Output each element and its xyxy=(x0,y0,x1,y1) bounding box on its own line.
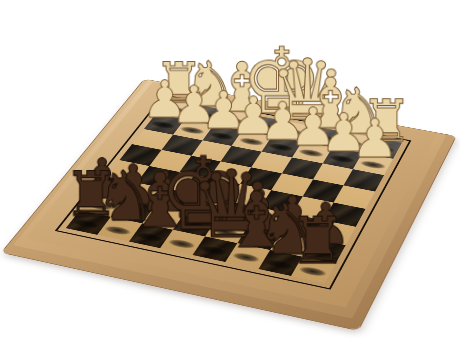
piece-light-pawn: ♟ xyxy=(351,113,394,166)
piece-dark-rook: ♜ xyxy=(289,208,336,273)
product-photo[interactable]: ♜♞♝♚♛♝♞♜♟♟♟♟♟♟♟♟♟♟♟♟♟♟♟♟♜♞♝♚♛♝♞♜ xyxy=(0,0,460,350)
